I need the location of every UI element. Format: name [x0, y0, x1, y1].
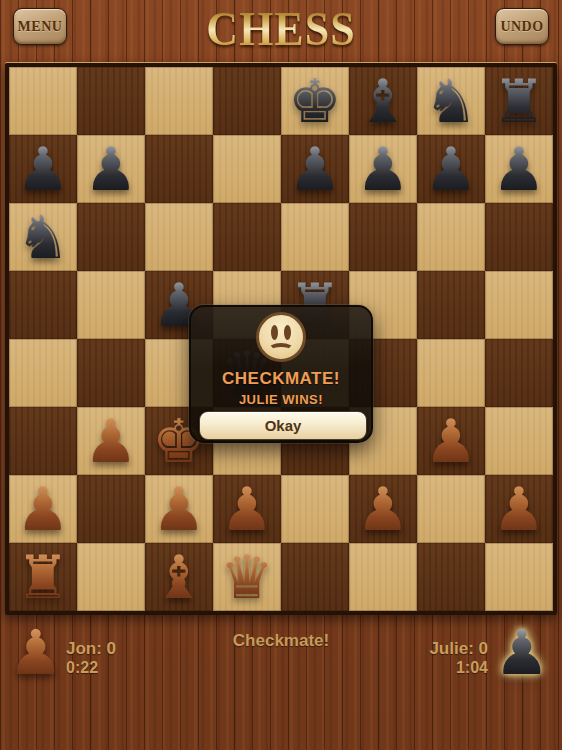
square-e1[interactable] — [281, 543, 349, 611]
square-h8[interactable]: ♜ — [485, 67, 553, 135]
black-pawn[interactable]: ♟ — [492, 135, 546, 203]
square-d2[interactable]: ♟ — [213, 475, 281, 543]
dialog-subtitle: JULIE WINS! — [191, 392, 371, 407]
square-a1[interactable]: ♜ — [9, 543, 77, 611]
square-e7[interactable]: ♟ — [281, 135, 349, 203]
square-b3[interactable]: ♟ — [77, 407, 145, 475]
sad-face-frown — [268, 343, 294, 356]
square-b4[interactable] — [77, 339, 145, 407]
square-c6[interactable] — [145, 203, 213, 271]
left-player-time: 0:22 — [66, 658, 116, 677]
black-king[interactable]: ♚ — [288, 67, 342, 135]
black-pawn[interactable]: ♟ — [424, 135, 478, 203]
white-pawn[interactable]: ♟ — [492, 475, 546, 543]
square-a5[interactable] — [9, 271, 77, 339]
square-g6[interactable] — [417, 203, 485, 271]
okay-button[interactable]: Okay — [199, 411, 367, 440]
square-a2[interactable]: ♟ — [9, 475, 77, 543]
white-pawn[interactable]: ♟ — [152, 475, 206, 543]
square-f7[interactable]: ♟ — [349, 135, 417, 203]
square-h7[interactable]: ♟ — [485, 135, 553, 203]
black-pawn[interactable]: ♟ — [288, 135, 342, 203]
square-e2[interactable] — [281, 475, 349, 543]
square-b8[interactable] — [77, 67, 145, 135]
square-f8[interactable]: ♝ — [349, 67, 417, 135]
square-b2[interactable] — [77, 475, 145, 543]
square-b5[interactable] — [77, 271, 145, 339]
sad-face-right-eye — [284, 325, 291, 340]
white-bishop[interactable]: ♝ — [152, 543, 206, 611]
square-h5[interactable] — [485, 271, 553, 339]
square-b7[interactable]: ♟ — [77, 135, 145, 203]
square-e8[interactable]: ♚ — [281, 67, 349, 135]
square-a4[interactable] — [9, 339, 77, 407]
square-f2[interactable]: ♟ — [349, 475, 417, 543]
sad-face-icon — [256, 312, 306, 362]
square-g2[interactable] — [417, 475, 485, 543]
square-a8[interactable] — [9, 67, 77, 135]
square-c2[interactable]: ♟ — [145, 475, 213, 543]
black-bishop[interactable]: ♝ — [356, 67, 410, 135]
square-g5[interactable] — [417, 271, 485, 339]
square-h6[interactable] — [485, 203, 553, 271]
undo-button[interactable]: UNDO — [495, 8, 549, 45]
square-d8[interactable] — [213, 67, 281, 135]
square-g1[interactable] — [417, 543, 485, 611]
black-knight[interactable]: ♞ — [424, 67, 478, 135]
square-h4[interactable] — [485, 339, 553, 407]
white-pawn[interactable]: ♟ — [16, 475, 70, 543]
square-h3[interactable] — [485, 407, 553, 475]
white-pawn-icon: ♟ — [8, 620, 64, 686]
square-g3[interactable]: ♟ — [417, 407, 485, 475]
square-e6[interactable] — [281, 203, 349, 271]
black-pawn-icon: ♟ — [494, 620, 550, 686]
right-player-score: Julie: 0 — [429, 639, 488, 658]
square-g8[interactable]: ♞ — [417, 67, 485, 135]
app-title: CHESS — [206, 2, 355, 56]
square-g7[interactable]: ♟ — [417, 135, 485, 203]
square-f6[interactable] — [349, 203, 417, 271]
square-a7[interactable]: ♟ — [9, 135, 77, 203]
white-rook[interactable]: ♜ — [16, 543, 70, 611]
square-a6[interactable]: ♞ — [9, 203, 77, 271]
white-pawn[interactable]: ♟ — [220, 475, 274, 543]
black-pawn[interactable]: ♟ — [16, 135, 70, 203]
right-player-time: 1:04 — [429, 658, 488, 677]
square-b1[interactable] — [77, 543, 145, 611]
square-d6[interactable] — [213, 203, 281, 271]
menu-button[interactable]: MENU — [13, 8, 67, 45]
square-c1[interactable]: ♝ — [145, 543, 213, 611]
black-pawn[interactable]: ♟ — [356, 135, 410, 203]
square-c8[interactable] — [145, 67, 213, 135]
sad-face-left-eye — [271, 325, 278, 340]
square-d1[interactable]: ♛ — [213, 543, 281, 611]
square-h2[interactable]: ♟ — [485, 475, 553, 543]
square-f1[interactable] — [349, 543, 417, 611]
square-a3[interactable] — [9, 407, 77, 475]
square-g4[interactable] — [417, 339, 485, 407]
dialog-title: CHECKMATE! — [191, 369, 371, 389]
square-h1[interactable] — [485, 543, 553, 611]
white-queen[interactable]: ♛ — [220, 543, 274, 611]
square-b6[interactable] — [77, 203, 145, 271]
right-player-info: Julie: 0 1:04 — [429, 639, 488, 677]
white-pawn[interactable]: ♟ — [84, 407, 138, 475]
black-rook[interactable]: ♜ — [492, 67, 546, 135]
black-pawn[interactable]: ♟ — [84, 135, 138, 203]
chess-app: { "header": { "menu_label": "MENU", "tit… — [0, 0, 562, 750]
checkmate-dialog: CHECKMATE! JULIE WINS! Okay — [189, 305, 373, 443]
white-pawn[interactable]: ♟ — [424, 407, 478, 475]
square-d7[interactable] — [213, 135, 281, 203]
square-c7[interactable] — [145, 135, 213, 203]
black-knight[interactable]: ♞ — [16, 203, 70, 271]
white-pawn[interactable]: ♟ — [356, 475, 410, 543]
